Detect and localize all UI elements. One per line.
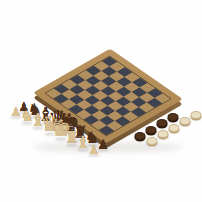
checker-disc-light xyxy=(169,124,180,132)
checker-disc-light xyxy=(191,111,202,119)
checker-disc-dark xyxy=(146,126,157,134)
chess-piece-light-pawn: ♟ xyxy=(89,144,100,156)
product-photo: ♟♞♝♛♚♜♞♟♟♞♝♛♚♜♝♟ xyxy=(0,0,202,202)
checker-disc-dark xyxy=(168,113,179,121)
checker-disc-light xyxy=(158,130,169,138)
checker-disc-dark xyxy=(135,132,146,140)
checker-disc-light xyxy=(147,137,158,145)
checker-disc-light xyxy=(180,117,191,125)
checker-disc-dark xyxy=(157,119,168,127)
